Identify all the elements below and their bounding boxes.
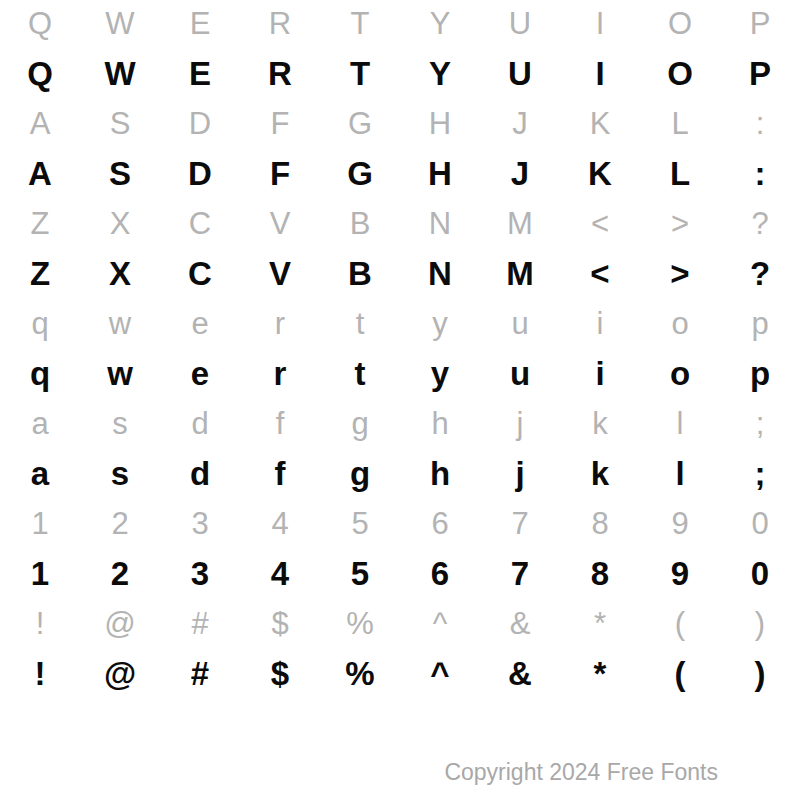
char-row-bold: ZXCVBNM<>? bbox=[0, 246, 800, 300]
glyph-cell: y bbox=[432, 308, 448, 339]
glyph-cell: J bbox=[511, 157, 529, 190]
glyph-cell: S bbox=[110, 108, 131, 139]
glyph-cell: t bbox=[355, 357, 366, 390]
glyph-cell: Z bbox=[30, 257, 50, 290]
glyph-cell: R bbox=[269, 8, 291, 39]
glyph-cell: K bbox=[588, 157, 612, 190]
char-row-bold: ASDFGHJKL: bbox=[0, 146, 800, 200]
glyph-cell: 1 bbox=[31, 557, 49, 590]
glyph-cell: j bbox=[515, 457, 524, 490]
glyph-cell: ( bbox=[675, 608, 685, 639]
glyph-cell: 8 bbox=[591, 557, 609, 590]
char-row-muted: asdfghjkl; bbox=[0, 400, 800, 446]
glyph-cell: l bbox=[675, 457, 684, 490]
glyph-cell: Z bbox=[31, 208, 50, 239]
glyph-cell: > bbox=[671, 208, 689, 239]
glyph-cell: a bbox=[31, 408, 48, 439]
glyph-cell: 5 bbox=[351, 557, 369, 590]
glyph-cell: J bbox=[512, 108, 528, 139]
glyph-cell: Q bbox=[28, 8, 52, 39]
glyph-cell: 4 bbox=[271, 508, 288, 539]
glyph-cell: T bbox=[350, 57, 370, 90]
glyph-cell: R bbox=[268, 57, 292, 90]
glyph-cell: k bbox=[592, 408, 608, 439]
glyph-cell: g bbox=[351, 408, 368, 439]
glyph-cell: E bbox=[189, 57, 211, 90]
glyph-cell: @ bbox=[104, 657, 136, 690]
glyph-cell: q bbox=[30, 357, 50, 390]
glyph-cell: L bbox=[670, 157, 690, 190]
char-row-muted: ZXCVBNM<>? bbox=[0, 200, 800, 246]
glyph-cell: * bbox=[594, 608, 606, 639]
glyph-cell: p bbox=[751, 308, 768, 339]
char-row-muted: QWERTYUIOP bbox=[0, 0, 800, 46]
glyph-cell: X bbox=[109, 257, 131, 290]
glyph-cell: k bbox=[591, 457, 609, 490]
character-grid: QWERTYUIOPQWERTYUIOPASDFGHJKL:ASDFGHJKL:… bbox=[0, 0, 800, 700]
glyph-cell: r bbox=[275, 308, 285, 339]
glyph-cell: # bbox=[191, 657, 209, 690]
glyph-cell: @ bbox=[104, 608, 135, 639]
glyph-cell: u bbox=[510, 357, 530, 390]
char-row-bold: QWERTYUIOP bbox=[0, 46, 800, 100]
glyph-cell: # bbox=[191, 608, 208, 639]
glyph-cell: u bbox=[511, 308, 528, 339]
glyph-cell: f bbox=[276, 408, 285, 439]
glyph-cell: ! bbox=[36, 608, 45, 639]
glyph-cell: ) bbox=[755, 657, 766, 690]
char-row-bold: asdfghjkl; bbox=[0, 446, 800, 500]
glyph-cell: 4 bbox=[271, 557, 289, 590]
glyph-cell: D bbox=[188, 157, 212, 190]
glyph-cell: U bbox=[509, 8, 531, 39]
glyph-cell: d bbox=[190, 457, 210, 490]
glyph-cell: < bbox=[590, 257, 609, 290]
glyph-cell: ^ bbox=[433, 608, 448, 639]
glyph-cell: e bbox=[191, 357, 209, 390]
glyph-cell: 8 bbox=[591, 508, 608, 539]
glyph-cell: U bbox=[508, 57, 532, 90]
glyph-cell: w bbox=[107, 357, 133, 390]
glyph-cell: G bbox=[347, 157, 373, 190]
glyph-cell: & bbox=[508, 657, 532, 690]
glyph-cell: $ bbox=[271, 608, 288, 639]
glyph-cell: O bbox=[667, 57, 693, 90]
glyph-cell: ! bbox=[35, 657, 46, 690]
glyph-cell: E bbox=[190, 8, 211, 39]
glyph-cell: o bbox=[670, 357, 690, 390]
glyph-cell: % bbox=[345, 657, 374, 690]
glyph-cell: t bbox=[356, 308, 365, 339]
glyph-cell: P bbox=[750, 8, 771, 39]
char-row-muted: qwertyuiop bbox=[0, 300, 800, 346]
glyph-cell: L bbox=[671, 108, 688, 139]
glyph-cell: K bbox=[590, 108, 611, 139]
glyph-cell: ; bbox=[755, 457, 766, 490]
glyph-cell: j bbox=[517, 408, 524, 439]
glyph-cell: s bbox=[112, 408, 128, 439]
glyph-cell: & bbox=[510, 608, 531, 639]
glyph-cell: 9 bbox=[671, 557, 689, 590]
glyph-cell: l bbox=[677, 408, 684, 439]
glyph-cell: s bbox=[111, 457, 129, 490]
glyph-cell: e bbox=[191, 308, 208, 339]
char-row-bold: !@#$%^&*() bbox=[0, 646, 800, 700]
glyph-cell: 7 bbox=[511, 557, 529, 590]
glyph-cell: : bbox=[755, 157, 766, 190]
glyph-cell: 0 bbox=[751, 557, 769, 590]
glyph-cell: D bbox=[189, 108, 211, 139]
glyph-cell: 9 bbox=[671, 508, 688, 539]
glyph-cell: h bbox=[431, 408, 448, 439]
glyph-cell: g bbox=[350, 457, 370, 490]
glyph-cell: $ bbox=[271, 657, 289, 690]
glyph-cell: ( bbox=[675, 657, 686, 690]
glyph-cell: 2 bbox=[111, 508, 128, 539]
glyph-cell: r bbox=[274, 357, 287, 390]
glyph-cell: o bbox=[671, 308, 688, 339]
glyph-cell: A bbox=[28, 157, 52, 190]
glyph-cell: Y bbox=[430, 8, 451, 39]
glyph-cell: 3 bbox=[191, 508, 208, 539]
glyph-cell: F bbox=[270, 157, 290, 190]
glyph-cell: 0 bbox=[751, 508, 768, 539]
glyph-cell: W bbox=[104, 57, 135, 90]
glyph-cell: N bbox=[429, 208, 451, 239]
glyph-cell: ; bbox=[756, 408, 765, 439]
glyph-cell: B bbox=[350, 208, 371, 239]
glyph-cell: < bbox=[591, 208, 609, 239]
char-row-muted: !@#$%^&*() bbox=[0, 600, 800, 646]
char-row-muted: ASDFGHJKL: bbox=[0, 100, 800, 146]
glyph-cell: C bbox=[189, 208, 211, 239]
glyph-cell: Y bbox=[429, 57, 451, 90]
glyph-cell: X bbox=[110, 208, 131, 239]
glyph-cell: f bbox=[275, 457, 286, 490]
glyph-cell: 6 bbox=[431, 557, 449, 590]
glyph-cell: N bbox=[428, 257, 452, 290]
glyph-cell: 2 bbox=[111, 557, 129, 590]
glyph-cell: h bbox=[430, 457, 450, 490]
glyph-cell: i bbox=[597, 308, 604, 339]
glyph-cell: A bbox=[30, 108, 51, 139]
glyph-cell: 6 bbox=[431, 508, 448, 539]
glyph-cell: 3 bbox=[191, 557, 209, 590]
glyph-cell: y bbox=[431, 357, 449, 390]
glyph-cell: P bbox=[749, 57, 771, 90]
glyph-cell: Q bbox=[27, 57, 53, 90]
glyph-cell: p bbox=[750, 357, 770, 390]
font-specimen-sheet: QWERTYUIOPQWERTYUIOPASDFGHJKL:ASDFGHJKL:… bbox=[0, 0, 800, 800]
glyph-cell: M bbox=[506, 257, 534, 290]
glyph-cell: a bbox=[31, 457, 49, 490]
glyph-cell: G bbox=[348, 108, 372, 139]
glyph-cell: F bbox=[271, 108, 290, 139]
char-row-muted: 1234567890 bbox=[0, 500, 800, 546]
glyph-cell: B bbox=[348, 257, 372, 290]
glyph-cell: ? bbox=[751, 208, 768, 239]
glyph-cell: I bbox=[595, 57, 604, 90]
glyph-cell: M bbox=[507, 208, 533, 239]
glyph-cell: d bbox=[191, 408, 208, 439]
glyph-cell: q bbox=[31, 308, 48, 339]
glyph-cell: 1 bbox=[31, 508, 48, 539]
glyph-cell: W bbox=[105, 8, 134, 39]
glyph-cell: ? bbox=[750, 257, 770, 290]
glyph-cell: ) bbox=[755, 608, 765, 639]
glyph-cell: T bbox=[351, 8, 370, 39]
char-row-bold: qwertyuiop bbox=[0, 346, 800, 400]
glyph-cell: 5 bbox=[351, 508, 368, 539]
copyright-text: Copyright 2024 Free Fonts bbox=[444, 758, 718, 786]
glyph-cell: H bbox=[428, 157, 452, 190]
glyph-cell: V bbox=[269, 257, 291, 290]
glyph-cell: : bbox=[756, 108, 765, 139]
glyph-cell: % bbox=[346, 608, 374, 639]
glyph-cell: ^ bbox=[430, 657, 449, 690]
glyph-cell: I bbox=[596, 8, 605, 39]
glyph-cell: C bbox=[188, 257, 212, 290]
glyph-cell: > bbox=[670, 257, 689, 290]
char-row-bold: 1234567890 bbox=[0, 546, 800, 600]
glyph-cell: i bbox=[595, 357, 604, 390]
glyph-cell: 7 bbox=[511, 508, 528, 539]
glyph-cell: S bbox=[109, 157, 131, 190]
glyph-cell: H bbox=[429, 108, 451, 139]
glyph-cell: * bbox=[594, 657, 607, 690]
glyph-cell: O bbox=[668, 8, 692, 39]
glyph-cell: w bbox=[109, 308, 131, 339]
glyph-cell: V bbox=[270, 208, 291, 239]
